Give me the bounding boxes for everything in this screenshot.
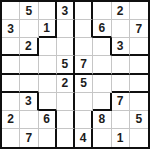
cell-r8c4[interactable]	[57, 129, 75, 147]
cell-r3c4[interactable]	[57, 38, 75, 56]
cell-r4c7[interactable]	[112, 56, 130, 74]
cell-r7c6[interactable]: 8	[93, 111, 111, 129]
cell-r7c3[interactable]: 6	[39, 111, 57, 129]
cell-r3c5[interactable]	[75, 38, 93, 56]
cell-r6c6[interactable]	[93, 93, 111, 111]
sudoku-board: 5323167235725372685741	[0, 0, 150, 149]
cell-r8c8[interactable]	[130, 129, 148, 147]
cell-r6c1[interactable]	[2, 93, 20, 111]
cell-r8c3[interactable]	[39, 129, 57, 147]
cell-r2c2[interactable]	[20, 20, 38, 38]
cell-r4c5[interactable]: 7	[75, 56, 93, 74]
cell-r5c5[interactable]: 5	[75, 75, 93, 93]
given-digit: 2	[62, 77, 69, 89]
cell-r2c1[interactable]: 3	[2, 20, 20, 38]
cell-r6c2[interactable]: 3	[20, 93, 38, 111]
given-digit: 7	[117, 95, 124, 107]
cell-r8c5[interactable]: 4	[75, 129, 93, 147]
cell-r4c3[interactable]	[39, 56, 57, 74]
cell-r5c1[interactable]	[2, 75, 20, 93]
cell-r1c7[interactable]: 2	[112, 2, 130, 20]
cell-r4c2[interactable]	[20, 56, 38, 74]
given-digit: 6	[99, 22, 106, 34]
cell-r2c7[interactable]	[112, 20, 130, 38]
given-digit: 5	[80, 77, 87, 89]
cell-r2c5[interactable]	[75, 20, 93, 38]
given-digit: 8	[99, 113, 106, 125]
cell-r7c5[interactable]	[75, 111, 93, 129]
given-digit: 1	[117, 132, 124, 144]
cell-r6c8[interactable]	[130, 93, 148, 111]
given-digit: 3	[25, 95, 32, 107]
cell-r7c1[interactable]: 2	[2, 111, 20, 129]
cell-r4c1[interactable]	[2, 56, 20, 74]
cell-r6c4[interactable]	[57, 93, 75, 111]
given-digit: 2	[25, 40, 32, 52]
cell-r5c7[interactable]	[112, 75, 130, 93]
cell-r3c8[interactable]	[130, 38, 148, 56]
given-digit: 3	[117, 40, 124, 52]
given-digit: 3	[7, 23, 14, 35]
cell-r7c7[interactable]	[112, 111, 130, 129]
given-digit: 7	[26, 132, 33, 144]
cell-r4c6[interactable]	[93, 56, 111, 74]
given-digit: 3	[62, 5, 69, 17]
given-digit: 7	[136, 23, 143, 35]
cell-r1c2[interactable]: 5	[20, 2, 38, 20]
cell-r2c6[interactable]: 6	[93, 20, 111, 38]
cell-r2c3[interactable]: 1	[39, 20, 57, 38]
given-digit: 6	[43, 113, 50, 125]
cell-r5c8[interactable]	[130, 75, 148, 93]
given-digit: 4	[80, 132, 87, 144]
cell-r3c3[interactable]	[39, 38, 57, 56]
given-digit: 2	[7, 113, 14, 125]
cell-r2c8[interactable]: 7	[130, 20, 148, 38]
cell-r6c7[interactable]: 7	[112, 93, 130, 111]
given-digit: 1	[43, 22, 50, 34]
cell-r1c6[interactable]	[93, 2, 111, 20]
cell-r5c2[interactable]	[20, 75, 38, 93]
cell-r3c6[interactable]	[93, 38, 111, 56]
cell-r8c2[interactable]: 7	[20, 129, 38, 147]
cell-r2c4[interactable]	[57, 20, 75, 38]
cell-r1c3[interactable]	[39, 2, 57, 20]
given-digit: 2	[117, 5, 124, 17]
given-digit: 5	[62, 58, 69, 70]
cell-r5c4[interactable]: 2	[57, 75, 75, 93]
cell-r4c4[interactable]: 5	[57, 56, 75, 74]
cell-r1c5[interactable]	[75, 2, 93, 20]
cell-r7c8[interactable]: 5	[130, 111, 148, 129]
cell-r6c3[interactable]	[39, 93, 57, 111]
cell-r7c4[interactable]	[57, 111, 75, 129]
cell-r1c8[interactable]	[130, 2, 148, 20]
cell-r1c1[interactable]	[2, 2, 20, 20]
cell-r8c1[interactable]	[2, 129, 20, 147]
cell-r7c2[interactable]	[20, 111, 38, 129]
given-digit: 7	[80, 58, 87, 70]
cell-r5c6[interactable]	[93, 75, 111, 93]
given-digit: 5	[136, 113, 143, 125]
cell-r3c1[interactable]	[2, 38, 20, 56]
cell-r5c3[interactable]	[39, 75, 57, 93]
cell-r3c7[interactable]: 3	[112, 38, 130, 56]
cell-r3c2[interactable]: 2	[20, 38, 38, 56]
cell-r8c6[interactable]	[93, 129, 111, 147]
cell-r1c4[interactable]: 3	[57, 2, 75, 20]
cell-r4c8[interactable]	[130, 56, 148, 74]
given-digit: 5	[26, 5, 33, 17]
cell-r6c5[interactable]	[75, 93, 93, 111]
cell-r8c7[interactable]: 1	[112, 129, 130, 147]
